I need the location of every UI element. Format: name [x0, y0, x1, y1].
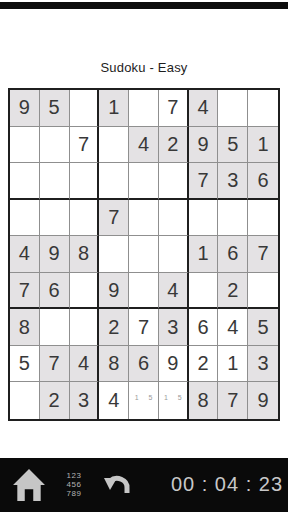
cell-r3c8[interactable]: 3 [218, 163, 248, 200]
cell-r2c2[interactable] [40, 127, 70, 164]
cell-r8c8[interactable]: 1 [218, 346, 248, 383]
page-title: Sudoku - Easy [0, 60, 288, 75]
cell-r9c9[interactable]: 9 [248, 382, 278, 419]
cell-r1c3[interactable] [70, 90, 100, 127]
cell-r7c8[interactable]: 4 [218, 309, 248, 346]
cell-r8c5[interactable]: 6 [129, 346, 159, 383]
undo-button[interactable] [102, 469, 134, 501]
cell-r9c7[interactable]: 8 [189, 382, 219, 419]
cell-r5c1[interactable]: 4 [10, 236, 40, 273]
cell-r6c3[interactable] [70, 273, 100, 310]
cell-r3c5[interactable] [129, 163, 159, 200]
cell-r7c2[interactable] [40, 309, 70, 346]
cell-r5c7[interactable]: 1 [189, 236, 219, 273]
cell-r8c7[interactable]: 2 [189, 346, 219, 383]
cell-r2c4[interactable] [99, 127, 129, 164]
cell-r1c9[interactable] [248, 90, 278, 127]
numpad-button[interactable]: 123 456 789 [62, 471, 86, 498]
cell-r2c6[interactable]: 2 [159, 127, 189, 164]
cell-r1c8[interactable] [218, 90, 248, 127]
cell-r6c7[interactable] [189, 273, 219, 310]
undo-arrow-icon [102, 469, 134, 501]
cell-r5c5[interactable] [129, 236, 159, 273]
cell-r5c3[interactable]: 8 [70, 236, 100, 273]
cell-r4c2[interactable] [40, 200, 70, 237]
cell-r6c6[interactable]: 4 [159, 273, 189, 310]
cell-r1c1[interactable]: 9 [10, 90, 40, 127]
cell-r9c5[interactable]: 1 5 [129, 382, 159, 419]
cell-r9c6[interactable]: 1 5 [159, 382, 189, 419]
cell-r6c2[interactable]: 6 [40, 273, 70, 310]
cell-r6c1[interactable]: 7 [10, 273, 40, 310]
cell-r2c9[interactable]: 1 [248, 127, 278, 164]
cell-r8c6[interactable]: 9 [159, 346, 189, 383]
cell-r9c4[interactable]: 4 [99, 382, 129, 419]
cell-r1c2[interactable]: 5 [40, 90, 70, 127]
cell-r5c6[interactable] [159, 236, 189, 273]
cell-r6c5[interactable] [129, 273, 159, 310]
cell-r7c5[interactable]: 7 [129, 309, 159, 346]
cell-r1c4[interactable]: 1 [99, 90, 129, 127]
cell-r7c6[interactable]: 3 [159, 309, 189, 346]
cell-r1c7[interactable]: 4 [189, 90, 219, 127]
cell-r7c3[interactable] [70, 309, 100, 346]
bottom-toolbar: 123 456 789 00 : 04 : 23 [0, 458, 288, 512]
cell-r8c1[interactable]: 5 [10, 346, 40, 383]
cell-r2c8[interactable]: 5 [218, 127, 248, 164]
cell-r5c4[interactable] [99, 236, 129, 273]
cell-r4c1[interactable] [10, 200, 40, 237]
cell-r5c2[interactable]: 9 [40, 236, 70, 273]
cell-r9c3[interactable]: 3 [70, 382, 100, 419]
cell-r8c3[interactable]: 4 [70, 346, 100, 383]
sudoku-board[interactable]: 9517474295173674981677694282736455748692… [8, 88, 280, 421]
cell-r1c6[interactable]: 7 [159, 90, 189, 127]
cell-r1c5[interactable] [129, 90, 159, 127]
cell-r6c9[interactable] [248, 273, 278, 310]
cell-r4c9[interactable] [248, 200, 278, 237]
cell-r8c9[interactable]: 3 [248, 346, 278, 383]
cell-r6c8[interactable]: 2 [218, 273, 248, 310]
cell-r4c7[interactable] [189, 200, 219, 237]
cell-r4c3[interactable] [70, 200, 100, 237]
cell-r4c5[interactable] [129, 200, 159, 237]
cell-r3c1[interactable] [10, 163, 40, 200]
numpad-line-2: 456 [62, 480, 86, 489]
numpad-line-1: 123 [62, 471, 86, 480]
cell-r8c4[interactable]: 8 [99, 346, 129, 383]
cell-r7c1[interactable]: 8 [10, 309, 40, 346]
cell-r8c2[interactable]: 7 [40, 346, 70, 383]
cell-r3c2[interactable] [40, 163, 70, 200]
cell-r5c9[interactable]: 7 [248, 236, 278, 273]
cell-r2c5[interactable]: 4 [129, 127, 159, 164]
cell-r7c9[interactable]: 5 [248, 309, 278, 346]
cell-r3c4[interactable] [99, 163, 129, 200]
cell-r4c8[interactable] [218, 200, 248, 237]
cell-r2c7[interactable]: 9 [189, 127, 219, 164]
cell-r9c8[interactable]: 7 [218, 382, 248, 419]
cell-r3c3[interactable] [70, 163, 100, 200]
cell-r3c6[interactable] [159, 163, 189, 200]
timer: 00 : 04 : 23 [171, 473, 283, 496]
cell-r4c6[interactable] [159, 200, 189, 237]
cell-r9c2[interactable]: 2 [40, 382, 70, 419]
home-button[interactable] [12, 468, 46, 502]
numpad-line-3: 789 [62, 489, 86, 498]
cell-r3c9[interactable]: 6 [248, 163, 278, 200]
cell-r7c7[interactable]: 6 [189, 309, 219, 346]
cell-r7c4[interactable]: 2 [99, 309, 129, 346]
cell-r2c3[interactable]: 7 [70, 127, 100, 164]
cell-r9c1[interactable] [10, 382, 40, 419]
cell-r4c4[interactable]: 7 [99, 200, 129, 237]
home-icon [12, 468, 46, 502]
cell-r6c4[interactable]: 9 [99, 273, 129, 310]
cell-r5c8[interactable]: 6 [218, 236, 248, 273]
cell-r3c7[interactable]: 7 [189, 163, 219, 200]
status-bar [0, 2, 288, 9]
cell-r2c1[interactable] [10, 127, 40, 164]
